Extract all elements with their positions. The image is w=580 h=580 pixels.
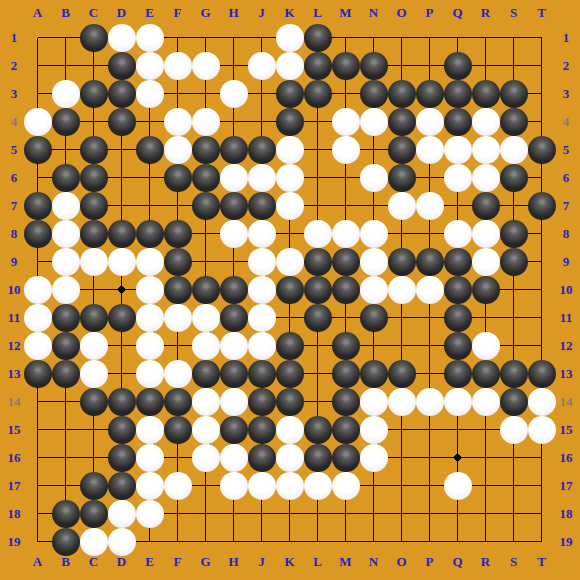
row-label-12: 12: [560, 338, 573, 354]
black-stone-J14: ●: [248, 388, 276, 416]
white-stone-H8: ●: [220, 220, 248, 248]
col-label-R: R: [481, 554, 490, 570]
white-stone-H3: ●: [220, 80, 248, 108]
black-stone-N13: ●: [360, 360, 388, 388]
black-stone-S4: ●: [500, 108, 528, 136]
black-stone-O9: ●: [388, 248, 416, 276]
white-stone-K17: ●: [276, 472, 304, 500]
row-label-2: 2: [563, 58, 570, 74]
black-stone-B11: ●: [52, 304, 80, 332]
black-stone-M10: ●: [332, 276, 360, 304]
white-stone-H12: ●: [220, 332, 248, 360]
white-stone-Q8: ●: [444, 220, 472, 248]
black-stone-G6: ●: [192, 164, 220, 192]
col-label-G: G: [200, 554, 210, 570]
col-label-B: B: [61, 5, 70, 21]
row-label-6: 6: [11, 170, 18, 186]
black-stone-M15: ●: [332, 416, 360, 444]
black-stone-C7: ●: [80, 192, 108, 220]
black-stone-S13: ●: [500, 360, 528, 388]
row-label-13: 13: [560, 366, 573, 382]
white-stone-M4: ●: [332, 108, 360, 136]
row-label-13: 13: [8, 366, 21, 382]
black-stone-Q13: ●: [444, 360, 472, 388]
row-label-14: 14: [560, 394, 573, 410]
black-stone-L16: ●: [304, 444, 332, 472]
white-stone-S15: ●: [500, 416, 528, 444]
white-stone-N15: ●: [360, 416, 388, 444]
black-stone-B6: ●: [52, 164, 80, 192]
black-stone-D11: ●: [108, 304, 136, 332]
black-stone-H5: ●: [220, 136, 248, 164]
row-label-1: 1: [563, 30, 570, 46]
white-stone-O14: ●: [388, 388, 416, 416]
black-stone-O3: ●: [388, 80, 416, 108]
black-stone-O6: ●: [388, 164, 416, 192]
black-stone-A8: ●: [24, 220, 52, 248]
col-label-P: P: [426, 554, 434, 570]
black-stone-S14: ●: [500, 388, 528, 416]
col-label-L: L: [313, 5, 322, 21]
white-stone-E2: ●: [136, 52, 164, 80]
white-stone-A11: ●: [24, 304, 52, 332]
white-stone-G4: ●: [192, 108, 220, 136]
white-stone-C19: ●: [80, 528, 108, 556]
black-stone-H13: ●: [220, 360, 248, 388]
row-label-11: 11: [8, 310, 20, 326]
black-stone-C17: ●: [80, 472, 108, 500]
white-stone-R9: ●: [472, 248, 500, 276]
white-stone-E11: ●: [136, 304, 164, 332]
white-stone-J2: ●: [248, 52, 276, 80]
col-label-E: E: [145, 554, 154, 570]
white-stone-B9: ●: [52, 248, 80, 276]
white-stone-M5: ●: [332, 136, 360, 164]
black-stone-T7: ●: [528, 192, 556, 220]
row-label-5: 5: [563, 142, 570, 158]
white-stone-F17: ●: [164, 472, 192, 500]
white-stone-E18: ●: [136, 500, 164, 528]
col-label-B: B: [61, 554, 70, 570]
row-label-17: 17: [560, 478, 573, 494]
col-label-F: F: [174, 5, 182, 21]
black-stone-L11: ●: [304, 304, 332, 332]
black-stone-M9: ●: [332, 248, 360, 276]
white-stone-F13: ●: [164, 360, 192, 388]
col-label-N: N: [369, 5, 378, 21]
black-stone-B18: ●: [52, 500, 80, 528]
white-stone-L17: ●: [304, 472, 332, 500]
black-stone-C5: ●: [80, 136, 108, 164]
black-stone-L15: ●: [304, 416, 332, 444]
black-stone-Q3: ●: [444, 80, 472, 108]
white-stone-E15: ●: [136, 416, 164, 444]
black-stone-N2: ●: [360, 52, 388, 80]
black-stone-P9: ●: [416, 248, 444, 276]
row-label-15: 15: [560, 422, 573, 438]
col-label-O: O: [396, 554, 406, 570]
black-stone-E14: ●: [136, 388, 164, 416]
col-label-S: S: [510, 554, 517, 570]
white-stone-O10: ●: [388, 276, 416, 304]
black-stone-K3: ●: [276, 80, 304, 108]
white-stone-K6: ●: [276, 164, 304, 192]
row-label-4: 4: [563, 114, 570, 130]
black-stone-A5: ●: [24, 136, 52, 164]
black-stone-J16: ●: [248, 444, 276, 472]
white-stone-K16: ●: [276, 444, 304, 472]
white-stone-D1: ●: [108, 24, 136, 52]
row-label-16: 16: [8, 450, 21, 466]
black-stone-C6: ●: [80, 164, 108, 192]
white-stone-Q6: ●: [444, 164, 472, 192]
row-label-9: 9: [11, 254, 18, 270]
row-label-7: 7: [563, 198, 570, 214]
black-stone-Q12: ●: [444, 332, 472, 360]
white-stone-N14: ●: [360, 388, 388, 416]
black-stone-Q11: ●: [444, 304, 472, 332]
black-stone-K14: ●: [276, 388, 304, 416]
white-stone-O7: ●: [388, 192, 416, 220]
col-label-H: H: [228, 554, 238, 570]
black-stone-N3: ●: [360, 80, 388, 108]
black-stone-K4: ●: [276, 108, 304, 136]
black-stone-H11: ●: [220, 304, 248, 332]
white-stone-F5: ●: [164, 136, 192, 164]
col-label-H: H: [228, 5, 238, 21]
white-stone-E12: ●: [136, 332, 164, 360]
black-stone-C14: ●: [80, 388, 108, 416]
row-label-15: 15: [8, 422, 21, 438]
black-stone-O13: ●: [388, 360, 416, 388]
black-stone-F9: ●: [164, 248, 192, 276]
white-stone-C13: ●: [80, 360, 108, 388]
black-stone-B4: ●: [52, 108, 80, 136]
black-stone-L9: ●: [304, 248, 332, 276]
white-stone-R14: ●: [472, 388, 500, 416]
white-stone-B3: ●: [52, 80, 80, 108]
black-stone-Q9: ●: [444, 248, 472, 276]
black-stone-R10: ●: [472, 276, 500, 304]
black-stone-F6: ●: [164, 164, 192, 192]
col-label-N: N: [369, 554, 378, 570]
row-label-10: 10: [8, 282, 21, 298]
white-stone-J6: ●: [248, 164, 276, 192]
col-label-C: C: [89, 554, 98, 570]
row-label-19: 19: [8, 534, 21, 550]
white-stone-D9: ●: [108, 248, 136, 276]
white-stone-E17: ●: [136, 472, 164, 500]
white-stone-D18: ●: [108, 500, 136, 528]
col-label-S: S: [510, 5, 517, 21]
white-stone-K5: ●: [276, 136, 304, 164]
white-stone-R12: ●: [472, 332, 500, 360]
white-stone-R4: ●: [472, 108, 500, 136]
black-stone-G5: ●: [192, 136, 220, 164]
row-label-2: 2: [11, 58, 18, 74]
black-stone-A7: ●: [24, 192, 52, 220]
black-stone-J13: ●: [248, 360, 276, 388]
col-label-M: M: [339, 5, 351, 21]
white-stone-K9: ●: [276, 248, 304, 276]
white-stone-J9: ●: [248, 248, 276, 276]
row-label-18: 18: [560, 506, 573, 522]
white-stone-H6: ●: [220, 164, 248, 192]
white-stone-K1: ●: [276, 24, 304, 52]
row-label-18: 18: [8, 506, 21, 522]
black-stone-E5: ●: [136, 136, 164, 164]
black-stone-F10: ●: [164, 276, 192, 304]
col-label-J: J: [258, 554, 265, 570]
white-stone-F2: ●: [164, 52, 192, 80]
row-label-4: 4: [11, 114, 18, 130]
col-label-O: O: [396, 5, 406, 21]
black-stone-L2: ●: [304, 52, 332, 80]
black-stone-M2: ●: [332, 52, 360, 80]
col-label-D: D: [117, 5, 126, 21]
white-stone-Q14: ●: [444, 388, 472, 416]
col-label-M: M: [339, 554, 351, 570]
col-label-G: G: [200, 5, 210, 21]
black-stone-D8: ●: [108, 220, 136, 248]
col-label-R: R: [481, 5, 490, 21]
black-stone-L3: ●: [304, 80, 332, 108]
white-stone-J8: ●: [248, 220, 276, 248]
black-stone-S8: ●: [500, 220, 528, 248]
white-stone-G16: ●: [192, 444, 220, 472]
white-stone-N8: ●: [360, 220, 388, 248]
white-stone-T15: ●: [528, 416, 556, 444]
white-stone-C12: ●: [80, 332, 108, 360]
black-stone-D17: ●: [108, 472, 136, 500]
black-stone-B19: ●: [52, 528, 80, 556]
col-label-E: E: [145, 5, 154, 21]
col-label-D: D: [117, 554, 126, 570]
col-label-L: L: [313, 554, 322, 570]
black-stone-D14: ●: [108, 388, 136, 416]
white-stone-S5: ●: [500, 136, 528, 164]
col-label-T: T: [537, 554, 546, 570]
white-stone-N4: ●: [360, 108, 388, 136]
white-stone-B7: ●: [52, 192, 80, 220]
row-label-10: 10: [560, 282, 573, 298]
white-stone-R8: ●: [472, 220, 500, 248]
row-label-5: 5: [11, 142, 18, 158]
black-stone-H15: ●: [220, 416, 248, 444]
white-stone-J17: ●: [248, 472, 276, 500]
black-stone-S9: ●: [500, 248, 528, 276]
col-label-Q: Q: [452, 5, 462, 21]
black-stone-C8: ●: [80, 220, 108, 248]
white-stone-R5: ●: [472, 136, 500, 164]
black-stone-F14: ●: [164, 388, 192, 416]
white-stone-B8: ●: [52, 220, 80, 248]
black-stone-M13: ●: [332, 360, 360, 388]
black-stone-D16: ●: [108, 444, 136, 472]
white-stone-Q5: ●: [444, 136, 472, 164]
white-stone-N10: ●: [360, 276, 388, 304]
white-stone-E3: ●: [136, 80, 164, 108]
black-stone-B12: ●: [52, 332, 80, 360]
col-label-F: F: [174, 554, 182, 570]
row-label-1: 1: [11, 30, 18, 46]
row-label-16: 16: [560, 450, 573, 466]
black-stone-C11: ●: [80, 304, 108, 332]
white-stone-G11: ●: [192, 304, 220, 332]
white-stone-F11: ●: [164, 304, 192, 332]
black-stone-K13: ●: [276, 360, 304, 388]
col-label-C: C: [89, 5, 98, 21]
black-stone-J5: ●: [248, 136, 276, 164]
white-stone-E9: ●: [136, 248, 164, 276]
white-stone-J10: ●: [248, 276, 276, 304]
row-label-9: 9: [563, 254, 570, 270]
black-stone-K12: ●: [276, 332, 304, 360]
white-stone-G14: ●: [192, 388, 220, 416]
white-stone-P5: ●: [416, 136, 444, 164]
row-label-8: 8: [11, 226, 18, 242]
white-stone-H17: ●: [220, 472, 248, 500]
col-label-T: T: [537, 5, 546, 21]
black-stone-P3: ●: [416, 80, 444, 108]
black-stone-G10: ●: [192, 276, 220, 304]
black-stone-S3: ●: [500, 80, 528, 108]
col-label-A: A: [33, 5, 42, 21]
white-stone-A10: ●: [24, 276, 52, 304]
black-stone-M16: ●: [332, 444, 360, 472]
black-stone-T13: ●: [528, 360, 556, 388]
black-stone-G13: ●: [192, 360, 220, 388]
black-stone-D15: ●: [108, 416, 136, 444]
col-label-K: K: [284, 554, 294, 570]
col-label-J: J: [258, 5, 265, 21]
white-stone-A12: ●: [24, 332, 52, 360]
white-stone-B10: ●: [52, 276, 80, 304]
col-label-A: A: [33, 554, 42, 570]
black-stone-H10: ●: [220, 276, 248, 304]
black-stone-J7: ●: [248, 192, 276, 220]
black-stone-C3: ●: [80, 80, 108, 108]
col-label-K: K: [284, 5, 294, 21]
white-stone-N16: ●: [360, 444, 388, 472]
white-stone-G2: ●: [192, 52, 220, 80]
black-stone-O5: ●: [388, 136, 416, 164]
white-stone-J12: ●: [248, 332, 276, 360]
black-stone-S6: ●: [500, 164, 528, 192]
white-stone-P10: ●: [416, 276, 444, 304]
white-stone-L8: ●: [304, 220, 332, 248]
white-stone-J11: ●: [248, 304, 276, 332]
black-stone-L1: ●: [304, 24, 332, 52]
white-stone-E13: ●: [136, 360, 164, 388]
black-stone-F15: ●: [164, 416, 192, 444]
col-label-P: P: [426, 5, 434, 21]
black-stone-E8: ●: [136, 220, 164, 248]
row-label-8: 8: [563, 226, 570, 242]
white-stone-N9: ●: [360, 248, 388, 276]
white-stone-E10: ●: [136, 276, 164, 304]
col-label-Q: Q: [452, 554, 462, 570]
black-stone-R7: ●: [472, 192, 500, 220]
black-stone-D2: ●: [108, 52, 136, 80]
black-stone-D3: ●: [108, 80, 136, 108]
white-stone-H14: ●: [220, 388, 248, 416]
white-stone-G15: ●: [192, 416, 220, 444]
black-stone-J15: ●: [248, 416, 276, 444]
white-stone-F4: ●: [164, 108, 192, 136]
black-stone-D4: ●: [108, 108, 136, 136]
black-stone-M12: ●: [332, 332, 360, 360]
black-stone-L10: ●: [304, 276, 332, 304]
row-label-7: 7: [11, 198, 18, 214]
black-stone-K10: ●: [276, 276, 304, 304]
black-stone-Q2: ●: [444, 52, 472, 80]
white-stone-K7: ●: [276, 192, 304, 220]
black-stone-B13: ●: [52, 360, 80, 388]
black-stone-G7: ●: [192, 192, 220, 220]
white-stone-T14: ●: [528, 388, 556, 416]
go-board[interactable]: AABBCCDDEEFFGGHHJJKKLLMMNNOOPPQQRRSSTT11…: [0, 0, 580, 580]
row-label-19: 19: [560, 534, 573, 550]
white-stone-M8: ●: [332, 220, 360, 248]
row-label-11: 11: [560, 310, 572, 326]
white-stone-G12: ●: [192, 332, 220, 360]
row-label-6: 6: [563, 170, 570, 186]
white-stone-K15: ●: [276, 416, 304, 444]
white-stone-M17: ●: [332, 472, 360, 500]
row-label-12: 12: [8, 338, 21, 354]
black-stone-M14: ●: [332, 388, 360, 416]
white-stone-K2: ●: [276, 52, 304, 80]
black-stone-F8: ●: [164, 220, 192, 248]
white-stone-N6: ●: [360, 164, 388, 192]
black-stone-N11: ●: [360, 304, 388, 332]
white-stone-P4: ●: [416, 108, 444, 136]
black-stone-T5: ●: [528, 136, 556, 164]
black-stone-Q4: ●: [444, 108, 472, 136]
white-stone-E16: ●: [136, 444, 164, 472]
white-stone-D19: ●: [108, 528, 136, 556]
black-stone-H7: ●: [220, 192, 248, 220]
white-stone-P14: ●: [416, 388, 444, 416]
black-stone-C18: ●: [80, 500, 108, 528]
black-stone-R13: ●: [472, 360, 500, 388]
white-stone-H16: ●: [220, 444, 248, 472]
white-stone-Q17: ●: [444, 472, 472, 500]
white-stone-A4: ●: [24, 108, 52, 136]
black-stone-Q10: ●: [444, 276, 472, 304]
row-label-14: 14: [8, 394, 21, 410]
black-stone-O4: ●: [388, 108, 416, 136]
row-label-3: 3: [11, 86, 18, 102]
black-stone-A13: ●: [24, 360, 52, 388]
black-stone-R3: ●: [472, 80, 500, 108]
row-label-3: 3: [563, 86, 570, 102]
black-stone-C1: ●: [80, 24, 108, 52]
row-label-17: 17: [8, 478, 21, 494]
white-stone-C9: ●: [80, 248, 108, 276]
white-stone-E1: ●: [136, 24, 164, 52]
white-stone-R6: ●: [472, 164, 500, 192]
white-stone-P7: ●: [416, 192, 444, 220]
